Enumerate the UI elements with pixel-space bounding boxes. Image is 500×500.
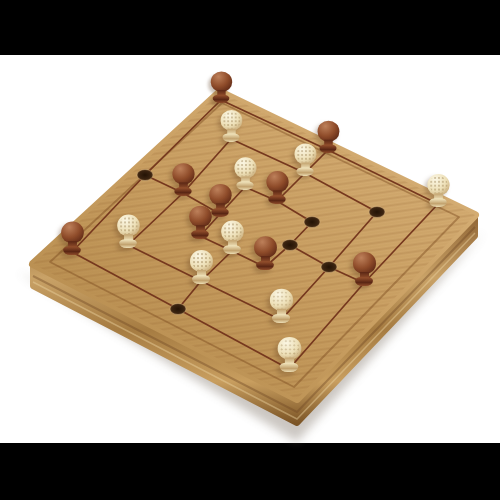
peg-brown-d6[interactable] <box>170 163 195 196</box>
peg-head <box>353 252 376 274</box>
peg-base <box>191 230 209 239</box>
peg-head <box>234 157 256 178</box>
peg-cream-b4[interactable] <box>188 250 214 284</box>
peg-cream-a1[interactable] <box>276 337 303 372</box>
peg-head <box>210 71 231 91</box>
peg-base <box>236 181 253 190</box>
peg-base <box>256 261 274 270</box>
peg-cream-f4[interactable] <box>293 143 318 176</box>
peg-head <box>254 236 277 258</box>
peg-head <box>61 221 84 243</box>
peg-cream-c4[interactable] <box>219 220 245 254</box>
peg-cream-e5[interactable] <box>232 157 257 190</box>
peg-cream-g1[interactable] <box>425 174 450 207</box>
peg-cream-f6[interactable] <box>219 110 244 142</box>
peg-head <box>220 110 242 131</box>
peg-base <box>280 363 299 372</box>
peg-brown-e4[interactable] <box>264 171 289 204</box>
peg-base <box>272 314 290 323</box>
peg-cream-b2[interactable] <box>268 289 294 323</box>
peg-layer <box>0 0 500 500</box>
peg-base <box>355 277 373 286</box>
peg-brown-g7[interactable] <box>209 71 233 103</box>
peg-head <box>209 184 231 205</box>
peg-brown-g4[interactable] <box>316 121 341 153</box>
peg-base <box>319 144 336 153</box>
peg-head <box>269 289 292 311</box>
peg-head <box>189 206 212 228</box>
peg-head <box>172 163 194 184</box>
peg-head <box>427 174 449 195</box>
peg-base <box>174 187 191 196</box>
peg-head <box>277 337 301 360</box>
peg-head <box>266 171 288 192</box>
peg-head <box>221 220 244 242</box>
peg-base <box>119 239 137 248</box>
peg-base <box>192 275 210 284</box>
peg-head <box>317 121 339 142</box>
peg-base <box>268 195 285 204</box>
peg-brown-d1[interactable] <box>351 252 377 286</box>
peg-base <box>223 245 241 254</box>
peg-base <box>429 198 446 207</box>
peg-cream-b6[interactable] <box>115 215 141 248</box>
peg-head <box>117 215 140 237</box>
peg-brown-c3[interactable] <box>252 236 278 270</box>
peg-base <box>63 246 81 255</box>
peg-base <box>213 95 230 103</box>
peg-base <box>211 208 228 217</box>
peg-head <box>190 250 213 272</box>
peg-brown-a7[interactable] <box>59 221 85 255</box>
peg-brown-c5[interactable] <box>187 206 212 239</box>
peg-base <box>223 134 240 142</box>
peg-base <box>296 167 313 176</box>
peg-head <box>294 143 316 164</box>
